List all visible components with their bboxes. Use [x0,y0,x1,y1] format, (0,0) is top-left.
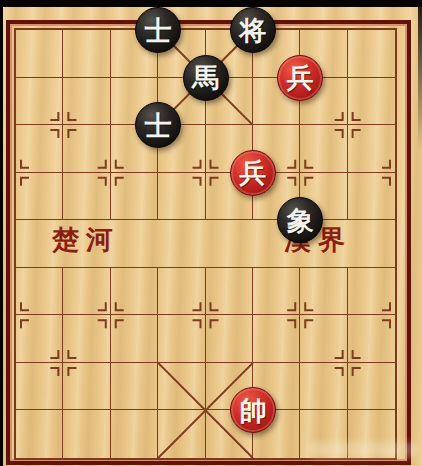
piece-glyph: 兵 [287,64,314,91]
piece-glyph: 将 [239,17,266,44]
black-elephant-piece[interactable]: 象 [277,197,323,243]
red-general-piece[interactable]: 帥 [230,387,276,433]
piece-glyph: 士 [145,17,172,44]
red-soldier-piece[interactable]: 兵 [277,55,323,101]
black-general-piece[interactable]: 将 [230,7,276,53]
letterbox-top [0,0,422,7]
black-horse-piece[interactable]: 馬 [183,55,229,101]
red-soldier-piece[interactable]: 兵 [230,150,276,196]
game-screen: 楚河 漢界 士将馬兵士兵象帥 [0,0,422,466]
black-advisor-piece[interactable]: 士 [135,102,181,148]
piece-glyph: 象 [287,207,314,234]
letterbox-left [0,0,3,466]
pieces-layer: 士将馬兵士兵象帥 [16,30,395,458]
black-advisor-piece[interactable]: 士 [135,7,181,53]
piece-glyph: 馬 [192,64,219,91]
letterbox-right-fade [418,0,422,150]
piece-glyph: 士 [145,112,172,139]
piece-glyph: 帥 [239,397,266,424]
piece-glyph: 兵 [239,159,266,186]
watermark [308,442,418,458]
